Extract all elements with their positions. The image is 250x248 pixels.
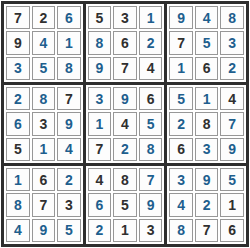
cell-r3c7[interactable]: 1 — [169, 57, 193, 80]
cell-r1c5[interactable]: 3 — [113, 6, 137, 29]
cell-r4c2[interactable]: 8 — [32, 87, 56, 110]
cell-r3c2[interactable]: 5 — [32, 57, 56, 80]
sudoku-box-8: 395421876 — [167, 166, 246, 244]
cell-r9c3[interactable]: 5 — [57, 219, 81, 242]
cell-r1c4[interactable]: 5 — [88, 6, 112, 29]
cell-r7c1[interactable]: 1 — [6, 168, 30, 191]
cell-r7c5[interactable]: 8 — [113, 168, 137, 191]
cell-r9c8[interactable]: 7 — [195, 219, 219, 242]
sudoku-box-1: 531862974 — [86, 4, 165, 82]
cell-r4c8[interactable]: 1 — [195, 87, 219, 110]
cell-r8c8[interactable]: 2 — [195, 193, 219, 216]
cell-r7c2[interactable]: 6 — [32, 168, 56, 191]
cell-r7c3[interactable]: 2 — [57, 168, 81, 191]
cell-r2c7[interactable]: 7 — [169, 31, 193, 54]
cell-r4c6[interactable]: 6 — [139, 87, 163, 110]
cell-r6c9[interactable]: 9 — [220, 138, 244, 161]
cell-r2c9[interactable]: 3 — [220, 31, 244, 54]
cell-r6c4[interactable]: 7 — [88, 138, 112, 161]
cell-r8c9[interactable]: 1 — [220, 193, 244, 216]
cell-r4c9[interactable]: 4 — [220, 87, 244, 110]
cell-r6c1[interactable]: 5 — [6, 138, 30, 161]
cell-r3c9[interactable]: 2 — [220, 57, 244, 80]
cell-r5c5[interactable]: 4 — [113, 112, 137, 135]
cell-r5c8[interactable]: 8 — [195, 112, 219, 135]
cell-r1c8[interactable]: 4 — [195, 6, 219, 29]
cell-r8c7[interactable]: 4 — [169, 193, 193, 216]
cell-r9c7[interactable]: 8 — [169, 219, 193, 242]
cell-r1c3[interactable]: 6 — [57, 6, 81, 29]
cell-r5c9[interactable]: 7 — [220, 112, 244, 135]
cell-r5c3[interactable]: 9 — [57, 112, 81, 135]
cell-r7c9[interactable]: 5 — [220, 168, 244, 191]
cell-r9c4[interactable]: 2 — [88, 219, 112, 242]
cell-r5c4[interactable]: 1 — [88, 112, 112, 135]
cell-r9c6[interactable]: 3 — [139, 219, 163, 242]
cell-r5c2[interactable]: 3 — [32, 112, 56, 135]
sudoku-box-0: 726941358 — [4, 4, 83, 82]
cell-r8c5[interactable]: 5 — [113, 193, 137, 216]
cell-r1c9[interactable]: 8 — [220, 6, 244, 29]
sudoku-box-3: 287639514 — [4, 85, 83, 163]
cell-r7c4[interactable]: 4 — [88, 168, 112, 191]
cell-r2c3[interactable]: 1 — [57, 31, 81, 54]
cell-r6c5[interactable]: 2 — [113, 138, 137, 161]
cell-r9c5[interactable]: 1 — [113, 219, 137, 242]
cell-r3c8[interactable]: 6 — [195, 57, 219, 80]
cell-r4c4[interactable]: 3 — [88, 87, 112, 110]
cell-r3c6[interactable]: 4 — [139, 57, 163, 80]
cell-r3c4[interactable]: 9 — [88, 57, 112, 80]
cell-r6c8[interactable]: 3 — [195, 138, 219, 161]
cell-r8c3[interactable]: 3 — [57, 193, 81, 216]
sudoku-box-2: 948753162 — [167, 4, 246, 82]
cell-r9c1[interactable]: 4 — [6, 219, 30, 242]
cell-r9c9[interactable]: 6 — [220, 219, 244, 242]
cell-r3c1[interactable]: 3 — [6, 57, 30, 80]
cell-r2c8[interactable]: 5 — [195, 31, 219, 54]
cell-r7c8[interactable]: 9 — [195, 168, 219, 191]
cell-r1c6[interactable]: 1 — [139, 6, 163, 29]
cell-r2c2[interactable]: 4 — [32, 31, 56, 54]
sudoku-box-4: 396145728 — [86, 85, 165, 163]
cell-r8c4[interactable]: 6 — [88, 193, 112, 216]
cell-r8c2[interactable]: 7 — [32, 193, 56, 216]
cell-r4c3[interactable]: 7 — [57, 87, 81, 110]
cell-r5c7[interactable]: 2 — [169, 112, 193, 135]
sudoku-box-5: 514287639 — [167, 85, 246, 163]
cell-r7c6[interactable]: 7 — [139, 168, 163, 191]
sudoku-board: 7269413585318629749487531622876395143961… — [1, 1, 249, 247]
sudoku-box-6: 162873495 — [4, 166, 83, 244]
cell-r7c7[interactable]: 3 — [169, 168, 193, 191]
cell-r2c5[interactable]: 6 — [113, 31, 137, 54]
cell-r3c5[interactable]: 7 — [113, 57, 137, 80]
sudoku-box-7: 487659213 — [86, 166, 165, 244]
cell-r1c2[interactable]: 2 — [32, 6, 56, 29]
cell-r4c7[interactable]: 5 — [169, 87, 193, 110]
cell-r6c2[interactable]: 1 — [32, 138, 56, 161]
cell-r2c4[interactable]: 8 — [88, 31, 112, 54]
cell-r6c6[interactable]: 8 — [139, 138, 163, 161]
cell-r4c5[interactable]: 9 — [113, 87, 137, 110]
cell-r2c6[interactable]: 2 — [139, 31, 163, 54]
cell-r8c1[interactable]: 8 — [6, 193, 30, 216]
cell-r5c1[interactable]: 6 — [6, 112, 30, 135]
cell-r1c1[interactable]: 7 — [6, 6, 30, 29]
cell-r6c7[interactable]: 6 — [169, 138, 193, 161]
cell-r4c1[interactable]: 2 — [6, 87, 30, 110]
cell-r2c1[interactable]: 9 — [6, 31, 30, 54]
cell-r1c7[interactable]: 9 — [169, 6, 193, 29]
cell-r6c3[interactable]: 4 — [57, 138, 81, 161]
cell-r8c6[interactable]: 9 — [139, 193, 163, 216]
cell-r5c6[interactable]: 5 — [139, 112, 163, 135]
cell-r9c2[interactable]: 9 — [32, 219, 56, 242]
cell-r3c3[interactable]: 8 — [57, 57, 81, 80]
